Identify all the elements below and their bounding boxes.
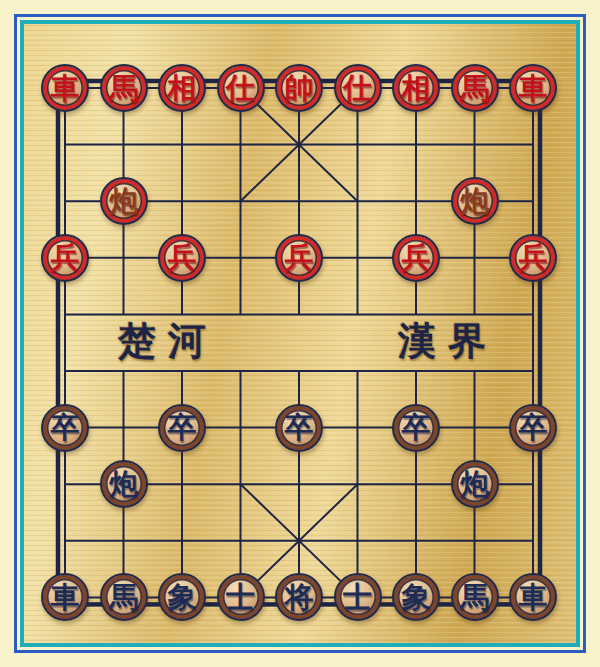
piece-character: 象	[168, 583, 197, 612]
piece-character: 仕	[226, 74, 255, 103]
piece-black-general[interactable]: 将	[275, 573, 323, 621]
piece-character: 卒	[285, 413, 314, 442]
piece-character: 相	[168, 74, 197, 103]
piece-character: 卒	[402, 413, 431, 442]
piece-character: 相	[402, 74, 431, 103]
piece-character: 車	[519, 74, 548, 103]
piece-character: 車	[519, 583, 548, 612]
piece-black-soldier[interactable]: 卒	[41, 404, 89, 452]
piece-character: 象	[402, 583, 431, 612]
piece-red-horse[interactable]: 馬	[451, 64, 499, 112]
piece-red-elephant[interactable]: 相	[392, 64, 440, 112]
piece-character: 卒	[168, 413, 197, 442]
piece-character: 馬	[109, 74, 138, 103]
piece-black-advisor[interactable]: 士	[217, 573, 265, 621]
piece-character: 炮	[460, 470, 489, 499]
piece-black-cannon[interactable]: 炮	[100, 460, 148, 508]
piece-character: 卒	[519, 413, 548, 442]
piece-red-cannon[interactable]: 炮	[100, 177, 148, 225]
piece-character: 炮	[109, 187, 138, 216]
piece-black-horse[interactable]: 馬	[100, 573, 148, 621]
piece-character: 兵	[51, 243, 80, 272]
piece-black-cannon[interactable]: 炮	[451, 460, 499, 508]
piece-black-advisor[interactable]: 士	[334, 573, 382, 621]
piece-character: 兵	[285, 243, 314, 272]
piece-character: 帥	[285, 74, 314, 103]
piece-red-cannon[interactable]: 炮	[451, 177, 499, 225]
piece-character: 兵	[168, 243, 197, 272]
piece-character: 将	[285, 583, 314, 612]
piece-red-soldier[interactable]: 兵	[509, 234, 557, 282]
piece-character: 車	[51, 74, 80, 103]
piece-character: 士	[343, 583, 372, 612]
piece-character: 車	[51, 583, 80, 612]
piece-character: 兵	[519, 243, 548, 272]
piece-character: 士	[226, 583, 255, 612]
pieces-layer: 車馬相仕帥仕相馬車炮炮兵兵兵兵兵卒卒卒卒卒炮炮車馬象士将士象馬車	[0, 0, 600, 667]
xiangqi-screenshot: 楚河 漢界 車馬相仕帥仕相馬車炮炮兵兵兵兵兵卒卒卒卒卒炮炮車馬象士将士象馬車	[0, 0, 600, 667]
piece-red-chariot[interactable]: 車	[41, 64, 89, 112]
piece-red-advisor[interactable]: 仕	[334, 64, 382, 112]
piece-red-elephant[interactable]: 相	[158, 64, 206, 112]
piece-character: 馬	[460, 74, 489, 103]
piece-red-soldier[interactable]: 兵	[275, 234, 323, 282]
piece-red-soldier[interactable]: 兵	[392, 234, 440, 282]
piece-character: 卒	[51, 413, 80, 442]
piece-character: 馬	[109, 583, 138, 612]
piece-black-soldier[interactable]: 卒	[509, 404, 557, 452]
piece-black-soldier[interactable]: 卒	[275, 404, 323, 452]
piece-red-general[interactable]: 帥	[275, 64, 323, 112]
piece-red-soldier[interactable]: 兵	[158, 234, 206, 282]
piece-character: 兵	[402, 243, 431, 272]
piece-black-elephant[interactable]: 象	[392, 573, 440, 621]
piece-black-horse[interactable]: 馬	[451, 573, 499, 621]
piece-black-soldier[interactable]: 卒	[158, 404, 206, 452]
piece-red-horse[interactable]: 馬	[100, 64, 148, 112]
piece-character: 馬	[460, 583, 489, 612]
piece-character: 炮	[460, 187, 489, 216]
piece-red-advisor[interactable]: 仕	[217, 64, 265, 112]
piece-black-chariot[interactable]: 車	[41, 573, 89, 621]
piece-red-soldier[interactable]: 兵	[41, 234, 89, 282]
piece-character: 仕	[343, 74, 372, 103]
piece-black-elephant[interactable]: 象	[158, 573, 206, 621]
piece-character: 炮	[109, 470, 138, 499]
piece-black-soldier[interactable]: 卒	[392, 404, 440, 452]
piece-red-chariot[interactable]: 車	[509, 64, 557, 112]
piece-black-chariot[interactable]: 車	[509, 573, 557, 621]
